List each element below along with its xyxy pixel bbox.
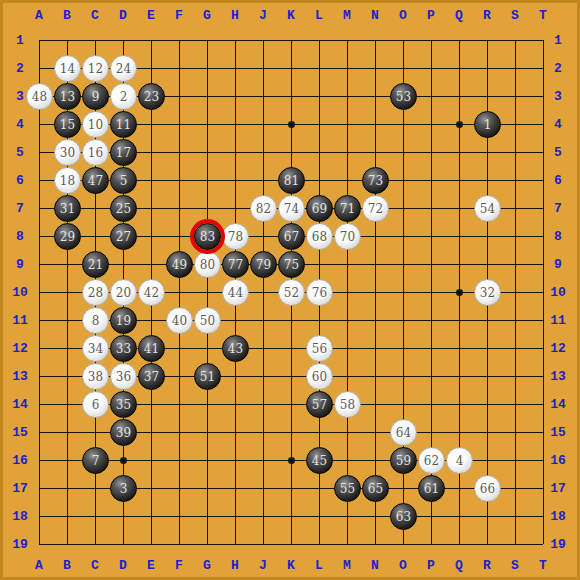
move-number: 34 [88,343,103,355]
move-number: 11 [116,119,131,131]
col-label-bottom-P: P [427,558,435,573]
stone-black-7-C16[interactable]: 7 [82,447,109,474]
stone-black-69-L7[interactable]: 69 [306,195,333,222]
move-number: 44 [228,287,243,299]
col-label-top-D: D [119,8,127,23]
stone-white-36-D13[interactable]: 36 [110,363,137,390]
row-label-right-11: 11 [550,313,566,328]
stone-black-47-C6[interactable]: 47 [82,167,109,194]
stone-white-56-L12[interactable]: 56 [306,335,333,362]
star-point [456,121,463,128]
move-number: 63 [396,511,411,523]
col-label-top-Q: Q [455,8,463,23]
stone-black-65-N17[interactable]: 65 [362,475,389,502]
col-label-top-G: G [203,8,211,23]
move-number: 5 [120,175,128,187]
col-label-top-N: N [371,8,379,23]
stone-black-59-O16[interactable]: 59 [390,447,417,474]
move-number: 78 [228,231,243,243]
move-number: 49 [172,259,187,271]
row-label-left-18: 18 [12,509,28,524]
stone-black-17-D5[interactable]: 17 [110,139,137,166]
stone-white-76-L10[interactable]: 76 [306,279,333,306]
col-label-top-J: J [259,8,267,23]
row-label-right-19: 19 [550,537,566,552]
row-label-right-6: 6 [554,173,562,188]
move-number: 24 [116,63,131,75]
stone-black-75-K9[interactable]: 75 [278,251,305,278]
row-label-right-5: 5 [554,145,562,160]
move-number: 45 [312,455,327,467]
move-number: 36 [116,371,131,383]
star-point [288,457,295,464]
stone-white-48-A3[interactable]: 48 [26,83,53,110]
move-number: 77 [228,259,243,271]
move-number: 54 [480,203,495,215]
col-label-top-L: L [315,8,323,23]
stone-white-58-M14[interactable]: 58 [334,391,361,418]
row-label-right-9: 9 [554,257,562,272]
row-label-left-5: 5 [16,145,24,160]
col-label-bottom-T: T [539,558,547,573]
row-label-right-18: 18 [550,509,566,524]
move-number: 52 [284,287,299,299]
stone-white-66-R17[interactable]: 66 [474,475,501,502]
goban-page: AABBCCDDEEFFGGHHJJKKLLMMNNOOPPQQRRSSTT11… [0,0,580,580]
col-label-top-O: O [399,8,407,23]
move-number: 60 [312,371,327,383]
move-number: 6 [92,399,100,411]
move-number: 50 [200,315,215,327]
row-label-left-14: 14 [12,397,28,412]
move-number: 48 [32,91,47,103]
row-label-right-13: 13 [550,369,566,384]
move-number: 51 [200,371,215,383]
move-number: 25 [116,203,131,215]
col-label-bottom-S: S [511,558,519,573]
stone-black-15-B4[interactable]: 15 [54,111,81,138]
col-label-bottom-J: J [259,558,267,573]
col-label-bottom-C: C [91,558,99,573]
move-number: 40 [172,315,187,327]
stone-white-32-R10[interactable]: 32 [474,279,501,306]
move-number: 7 [92,455,100,467]
stone-black-19-D11[interactable]: 19 [110,307,137,334]
row-label-right-12: 12 [550,341,566,356]
stone-black-83-G8[interactable]: 83 [194,223,221,250]
col-label-bottom-N: N [371,558,379,573]
move-number: 83 [200,231,215,243]
stone-black-77-H9[interactable]: 77 [222,251,249,278]
stone-black-57-L14[interactable]: 57 [306,391,333,418]
row-label-left-17: 17 [12,481,28,496]
col-label-top-T: T [539,8,547,23]
move-number: 75 [284,259,299,271]
move-number: 8 [92,315,100,327]
stone-black-71-M7[interactable]: 71 [334,195,361,222]
col-label-bottom-H: H [231,558,239,573]
stone-black-43-H12[interactable]: 43 [222,335,249,362]
move-number: 30 [60,147,75,159]
move-number: 9 [92,91,100,103]
stone-white-68-L8[interactable]: 68 [306,223,333,250]
move-number: 55 [340,483,355,495]
stone-white-14-B2[interactable]: 14 [54,55,81,82]
row-label-left-1: 1 [16,33,24,48]
move-number: 27 [116,231,131,243]
row-label-right-7: 7 [554,201,562,216]
move-number: 74 [284,203,299,215]
col-label-bottom-K: K [287,558,295,573]
row-label-right-4: 4 [554,117,562,132]
row-label-left-16: 16 [12,453,28,468]
stone-black-37-E13[interactable]: 37 [138,363,165,390]
move-number: 3 [120,483,128,495]
move-number: 61 [424,483,439,495]
row-label-right-3: 3 [554,89,562,104]
move-number: 1 [484,119,492,131]
col-label-bottom-O: O [399,558,407,573]
row-label-left-6: 6 [16,173,24,188]
row-label-left-12: 12 [12,341,28,356]
row-label-right-14: 14 [550,397,566,412]
col-label-bottom-B: B [63,558,71,573]
col-label-bottom-R: R [483,558,491,573]
col-label-top-B: B [63,8,71,23]
stone-black-35-D14[interactable]: 35 [110,391,137,418]
move-number: 10 [88,119,103,131]
row-label-right-10: 10 [550,285,566,300]
move-number: 65 [368,483,383,495]
move-number: 69 [312,203,327,215]
move-number: 59 [396,455,411,467]
stone-black-27-D8[interactable]: 27 [110,223,137,250]
stone-black-21-C9[interactable]: 21 [82,251,109,278]
stone-white-52-K10[interactable]: 52 [278,279,305,306]
stone-black-55-M17[interactable]: 55 [334,475,361,502]
move-number: 82 [256,203,271,215]
move-number: 13 [60,91,75,103]
stone-white-60-L13[interactable]: 60 [306,363,333,390]
stone-black-5-D6[interactable]: 5 [110,167,137,194]
stone-white-72-N7[interactable]: 72 [362,195,389,222]
stone-white-50-G11[interactable]: 50 [194,307,221,334]
stone-black-49-F9[interactable]: 49 [166,251,193,278]
col-label-top-P: P [427,8,435,23]
col-label-top-C: C [91,8,99,23]
row-label-right-2: 2 [554,61,562,76]
col-label-top-K: K [287,8,295,23]
row-label-left-3: 3 [16,89,24,104]
stone-white-10-C4[interactable]: 10 [82,111,109,138]
row-label-left-19: 19 [12,537,28,552]
move-number: 31 [60,203,75,215]
row-label-right-16: 16 [550,453,566,468]
move-number: 79 [256,259,271,271]
stone-white-34-C12[interactable]: 34 [82,335,109,362]
row-label-left-9: 9 [16,257,24,272]
stone-white-82-J7[interactable]: 82 [250,195,277,222]
move-number: 67 [284,231,299,243]
move-number: 19 [116,315,131,327]
stone-black-23-E3[interactable]: 23 [138,83,165,110]
stone-white-30-B5[interactable]: 30 [54,139,81,166]
col-label-top-H: H [231,8,239,23]
row-label-left-11: 11 [12,313,28,328]
move-number: 80 [200,259,215,271]
move-number: 15 [60,119,75,131]
stone-white-80-G9[interactable]: 80 [194,251,221,278]
move-number: 64 [396,427,411,439]
move-number: 47 [88,175,103,187]
stone-white-74-K7[interactable]: 74 [278,195,305,222]
stone-white-64-O15[interactable]: 64 [390,419,417,446]
stone-white-2-D3[interactable]: 2 [110,83,137,110]
col-label-bottom-M: M [343,558,351,573]
col-label-bottom-Q: Q [455,558,463,573]
stone-white-18-B6[interactable]: 18 [54,167,81,194]
stone-white-78-H8[interactable]: 78 [222,223,249,250]
stone-black-79-J9[interactable]: 79 [250,251,277,278]
stone-black-73-N6[interactable]: 73 [362,167,389,194]
star-point [288,121,295,128]
stone-white-4-Q16[interactable]: 4 [446,447,473,474]
stone-white-62-P16[interactable]: 62 [418,447,445,474]
col-label-top-E: E [147,8,155,23]
stone-black-1-R4[interactable]: 1 [474,111,501,138]
col-label-bottom-D: D [119,558,127,573]
col-label-bottom-E: E [147,558,155,573]
stone-black-31-B7[interactable]: 31 [54,195,81,222]
move-number: 66 [480,483,495,495]
stone-white-24-D2[interactable]: 24 [110,55,137,82]
move-number: 56 [312,343,327,355]
star-point [120,457,127,464]
move-number: 57 [312,399,327,411]
stone-black-61-P17[interactable]: 61 [418,475,445,502]
row-label-right-8: 8 [554,229,562,244]
move-number: 14 [60,63,75,75]
col-label-top-S: S [511,8,519,23]
move-number: 4 [456,455,464,467]
move-number: 76 [312,287,327,299]
stone-black-33-D12[interactable]: 33 [110,335,137,362]
stone-black-41-E12[interactable]: 41 [138,335,165,362]
stone-white-12-C2[interactable]: 12 [82,55,109,82]
col-label-bottom-F: F [175,558,183,573]
stone-white-40-F11[interactable]: 40 [166,307,193,334]
stone-white-42-E10[interactable]: 42 [138,279,165,306]
stone-white-28-C10[interactable]: 28 [82,279,109,306]
row-label-right-1: 1 [554,33,562,48]
move-number: 58 [340,399,355,411]
star-point [456,289,463,296]
move-number: 38 [88,371,103,383]
move-number: 29 [60,231,75,243]
stone-white-8-C11[interactable]: 8 [82,307,109,334]
move-number: 17 [116,147,131,159]
stone-black-81-K6[interactable]: 81 [278,167,305,194]
move-number: 12 [88,63,103,75]
row-label-left-7: 7 [16,201,24,216]
move-number: 33 [116,343,131,355]
stone-black-29-B8[interactable]: 29 [54,223,81,250]
move-number: 70 [340,231,355,243]
stone-white-38-C13[interactable]: 38 [82,363,109,390]
stone-white-6-C14[interactable]: 6 [82,391,109,418]
move-number: 35 [116,399,131,411]
move-number: 68 [312,231,327,243]
move-number: 20 [116,287,131,299]
stone-black-53-O3[interactable]: 53 [390,83,417,110]
col-label-top-R: R [483,8,491,23]
stone-white-16-C5[interactable]: 16 [82,139,109,166]
stone-black-13-B3[interactable]: 13 [54,83,81,110]
stone-black-3-D17[interactable]: 3 [110,475,137,502]
move-number: 2 [120,91,128,103]
stone-white-70-M8[interactable]: 70 [334,223,361,250]
move-number: 23 [144,91,159,103]
col-label-top-M: M [343,8,351,23]
move-number: 18 [60,175,75,187]
move-number: 73 [368,175,383,187]
move-number: 28 [88,287,103,299]
stone-black-9-C3[interactable]: 9 [82,83,109,110]
move-number: 42 [144,287,159,299]
row-label-left-10: 10 [12,285,28,300]
move-number: 39 [116,427,131,439]
move-number: 72 [368,203,383,215]
row-label-left-13: 13 [12,369,28,384]
col-label-top-F: F [175,8,183,23]
row-label-left-8: 8 [16,229,24,244]
col-label-bottom-A: A [35,558,43,573]
move-number: 81 [284,175,299,187]
row-label-left-15: 15 [12,425,28,440]
stone-white-44-H10[interactable]: 44 [222,279,249,306]
col-label-bottom-G: G [203,558,211,573]
stone-white-20-D10[interactable]: 20 [110,279,137,306]
stone-black-11-D4[interactable]: 11 [110,111,137,138]
move-number: 16 [88,147,103,159]
row-label-right-15: 15 [550,425,566,440]
col-label-bottom-L: L [315,558,323,573]
move-number: 32 [480,287,495,299]
move-number: 53 [396,91,411,103]
row-label-right-17: 17 [550,481,566,496]
stone-black-39-D15[interactable]: 39 [110,419,137,446]
move-number: 41 [144,343,159,355]
move-number: 71 [340,203,355,215]
stone-black-51-G13[interactable]: 51 [194,363,221,390]
move-number: 62 [424,455,439,467]
move-number: 21 [88,259,103,271]
stone-black-63-O18[interactable]: 63 [390,503,417,530]
row-label-left-4: 4 [16,117,24,132]
col-label-top-A: A [35,8,43,23]
stone-white-54-R7[interactable]: 54 [474,195,501,222]
stone-black-67-K8[interactable]: 67 [278,223,305,250]
stone-black-45-L16[interactable]: 45 [306,447,333,474]
move-number: 37 [144,371,159,383]
row-label-left-2: 2 [16,61,24,76]
move-number: 43 [228,343,243,355]
stone-black-25-D7[interactable]: 25 [110,195,137,222]
